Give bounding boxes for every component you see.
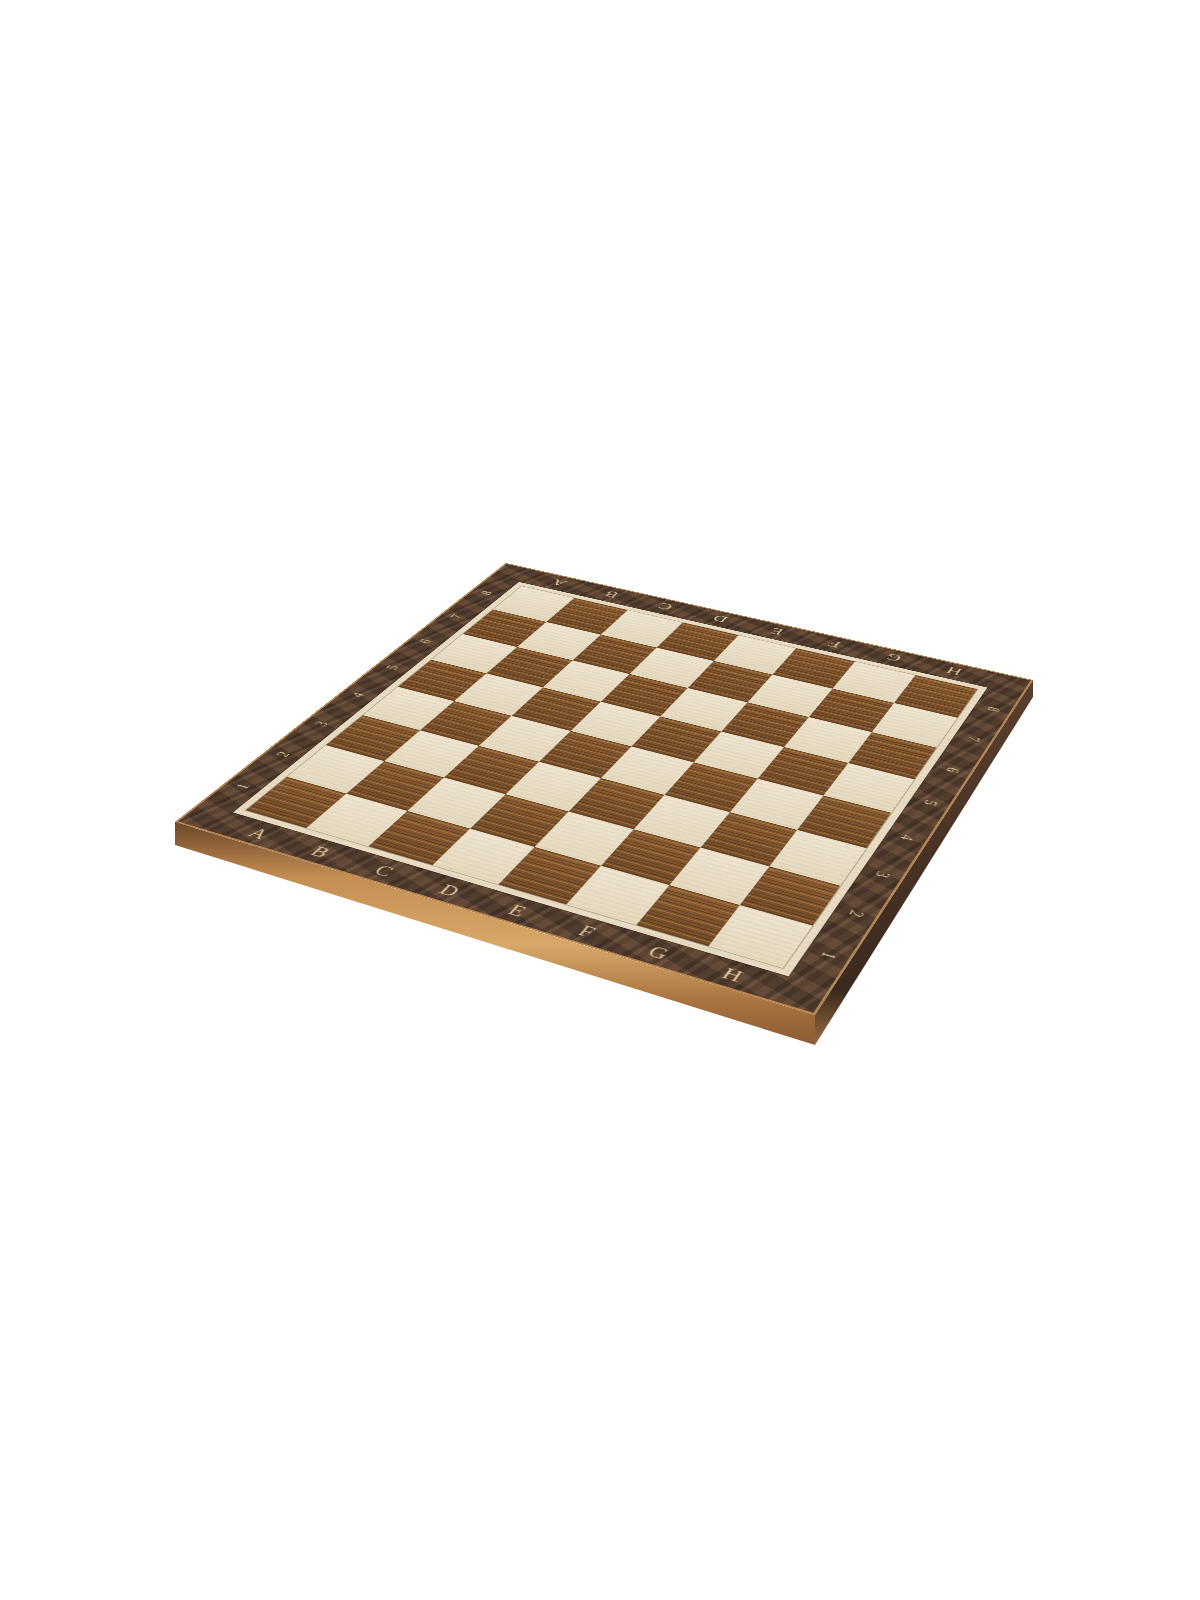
chess-board: AA88BB77CC66DD55EE44FF33GG22HH11 [175, 563, 1033, 1015]
walnut-frame: AA88BB77CC66DD55EE44FF33GG22HH11 [175, 563, 1033, 1015]
product-photo-scene: AA88BB77CC66DD55EE44FF33GG22HH11 [0, 0, 1200, 1600]
